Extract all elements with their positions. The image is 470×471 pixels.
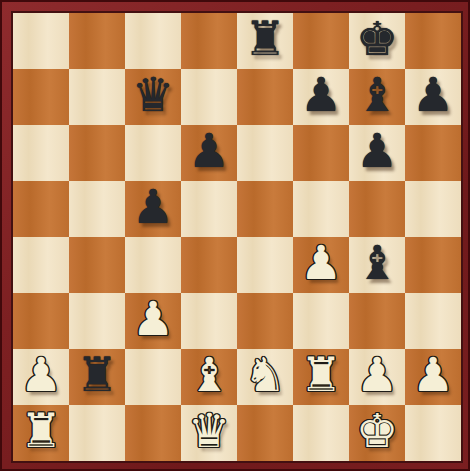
square-c5[interactable]: ♟	[125, 181, 181, 237]
square-c1[interactable]	[125, 405, 181, 461]
square-b4[interactable]	[69, 237, 125, 293]
square-b1[interactable]	[69, 405, 125, 461]
square-e4[interactable]	[237, 237, 293, 293]
square-c4[interactable]	[125, 237, 181, 293]
square-h7[interactable]: ♟	[405, 69, 461, 125]
square-h4[interactable]	[405, 237, 461, 293]
black-bishop-g4: ♝	[356, 235, 398, 291]
square-h5[interactable]	[405, 181, 461, 237]
white-pawn-c3: ♟	[132, 291, 174, 347]
square-h1[interactable]	[405, 405, 461, 461]
square-b6[interactable]	[69, 125, 125, 181]
square-f2[interactable]: ♜	[293, 349, 349, 405]
square-c6[interactable]	[125, 125, 181, 181]
square-g5[interactable]	[349, 181, 405, 237]
black-queen-c7: ♛	[132, 67, 174, 123]
square-f3[interactable]	[293, 293, 349, 349]
white-rook-f2: ♜	[300, 347, 342, 403]
square-a6[interactable]	[13, 125, 69, 181]
white-pawn-h2: ♟	[412, 347, 454, 403]
square-g1[interactable]: ♚	[349, 405, 405, 461]
square-a3[interactable]	[13, 293, 69, 349]
white-pawn-a2: ♟	[20, 347, 62, 403]
square-d7[interactable]	[181, 69, 237, 125]
square-c2[interactable]	[125, 349, 181, 405]
square-e2[interactable]: ♞	[237, 349, 293, 405]
square-g3[interactable]	[349, 293, 405, 349]
square-h6[interactable]	[405, 125, 461, 181]
square-f4[interactable]: ♟	[293, 237, 349, 293]
black-rook-e8: ♜	[244, 11, 286, 67]
square-f6[interactable]	[293, 125, 349, 181]
square-a8[interactable]	[13, 13, 69, 69]
square-b7[interactable]	[69, 69, 125, 125]
white-king-g1: ♚	[356, 403, 398, 459]
square-e6[interactable]	[237, 125, 293, 181]
square-g4[interactable]: ♝	[349, 237, 405, 293]
white-knight-e2: ♞	[244, 347, 286, 403]
square-g2[interactable]: ♟	[349, 349, 405, 405]
square-b2[interactable]: ♜	[69, 349, 125, 405]
square-f1[interactable]	[293, 405, 349, 461]
square-d8[interactable]	[181, 13, 237, 69]
square-c7[interactable]: ♛	[125, 69, 181, 125]
black-pawn-f7: ♟	[300, 67, 342, 123]
square-a4[interactable]	[13, 237, 69, 293]
black-rook-b2: ♜	[76, 347, 118, 403]
square-c3[interactable]: ♟	[125, 293, 181, 349]
square-e7[interactable]	[237, 69, 293, 125]
square-c8[interactable]	[125, 13, 181, 69]
black-pawn-d6: ♟	[188, 123, 230, 179]
square-d5[interactable]	[181, 181, 237, 237]
chess-board: ♜♚♛♟♝♟♟♟♟♟♝♟♟♜♝♞♜♟♟♜♛♚	[11, 11, 463, 463]
white-pawn-f4: ♟	[300, 235, 342, 291]
square-d1[interactable]: ♛	[181, 405, 237, 461]
square-a7[interactable]	[13, 69, 69, 125]
square-f5[interactable]	[293, 181, 349, 237]
black-pawn-g6: ♟	[356, 123, 398, 179]
white-rook-a1: ♜	[20, 403, 62, 459]
square-b3[interactable]	[69, 293, 125, 349]
square-b8[interactable]	[69, 13, 125, 69]
square-e8[interactable]: ♜	[237, 13, 293, 69]
chess-board-frame: ♜♚♛♟♝♟♟♟♟♟♝♟♟♜♝♞♜♟♟♜♛♚	[0, 0, 470, 471]
square-g6[interactable]: ♟	[349, 125, 405, 181]
square-d2[interactable]: ♝	[181, 349, 237, 405]
black-pawn-c5: ♟	[132, 179, 174, 235]
square-a5[interactable]	[13, 181, 69, 237]
square-f8[interactable]	[293, 13, 349, 69]
square-h3[interactable]	[405, 293, 461, 349]
black-king-g8: ♚	[356, 11, 398, 67]
square-h8[interactable]	[405, 13, 461, 69]
square-e1[interactable]	[237, 405, 293, 461]
square-e3[interactable]	[237, 293, 293, 349]
white-bishop-d2: ♝	[188, 347, 230, 403]
square-h2[interactable]: ♟	[405, 349, 461, 405]
square-b5[interactable]	[69, 181, 125, 237]
square-a1[interactable]: ♜	[13, 405, 69, 461]
square-a2[interactable]: ♟	[13, 349, 69, 405]
square-e5[interactable]	[237, 181, 293, 237]
square-d3[interactable]	[181, 293, 237, 349]
square-d4[interactable]	[181, 237, 237, 293]
square-f7[interactable]: ♟	[293, 69, 349, 125]
white-pawn-g2: ♟	[356, 347, 398, 403]
square-g7[interactable]: ♝	[349, 69, 405, 125]
square-d6[interactable]: ♟	[181, 125, 237, 181]
white-queen-d1: ♛	[188, 403, 230, 459]
square-g8[interactable]: ♚	[349, 13, 405, 69]
black-bishop-g7: ♝	[356, 67, 398, 123]
black-pawn-h7: ♟	[412, 67, 454, 123]
